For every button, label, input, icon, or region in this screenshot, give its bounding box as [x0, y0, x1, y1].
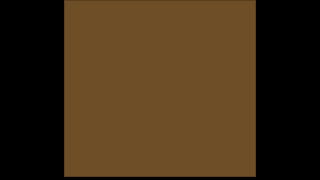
- rank-labels: [64, 2, 72, 170]
- letterbox-right: [256, 0, 320, 180]
- chess-video-frame: [0, 0, 320, 180]
- board-frame: [64, 0, 256, 177]
- file-labels: [72, 169, 248, 177]
- chess-board: [72, 2, 248, 170]
- letterbox-left: [0, 0, 64, 180]
